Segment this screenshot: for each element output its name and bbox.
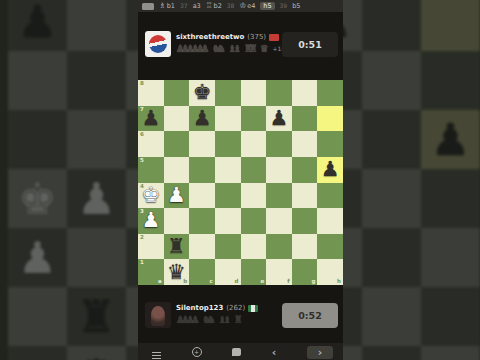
bottom-player-row: Silentop123 (262) ♟♟♟♟♞♞♝♝♜ 0:52 (145, 301, 338, 329)
move-token[interactable]: ♗b1 (159, 2, 175, 10)
square-e3[interactable] (241, 208, 267, 234)
rank-label-1: 1 (140, 260, 144, 266)
square-a7[interactable]: 7♟ (138, 106, 164, 132)
square-f8[interactable] (266, 80, 292, 106)
square-h3[interactable] (317, 208, 343, 234)
file-label-f: f (287, 279, 289, 285)
file-label-g: g (311, 279, 315, 285)
bottom-player-captured-pieces: ♟♟♟♟♞♞♝♝♜ (176, 314, 282, 325)
move-token[interactable]: 38 (227, 3, 235, 9)
square-h8[interactable] (317, 80, 343, 106)
piece-notation-icon: ♖ (206, 2, 213, 10)
portrait-figure (151, 306, 165, 326)
move-text: e4 (247, 3, 255, 10)
square-a2[interactable]: 2 (138, 234, 164, 260)
square-f5[interactable] (266, 157, 292, 183)
pepsi-logo-icon (149, 35, 167, 53)
white-pawn-piece[interactable]: ♟ (164, 183, 190, 209)
captured-group: ♝♝ (228, 44, 242, 54)
square-a1[interactable]: 1a (138, 259, 164, 285)
square-d5[interactable] (215, 157, 241, 183)
captured-piece-icon: ♝ (233, 44, 242, 54)
move-token[interactable]: a3 (193, 3, 201, 10)
square-b8[interactable] (164, 80, 190, 106)
square-h1[interactable]: h (317, 259, 343, 285)
square-g8[interactable] (292, 80, 318, 106)
circle-plus-icon: + (192, 347, 202, 357)
square-h2[interactable] (317, 234, 343, 260)
square-b7[interactable] (164, 106, 190, 132)
square-g6[interactable] (292, 131, 318, 157)
rank-label-8: 8 (140, 81, 144, 87)
square-b1[interactable]: b♛ (164, 259, 190, 285)
square-d8[interactable] (215, 80, 241, 106)
black-pawn-piece[interactable]: ♟ (317, 157, 343, 183)
square-h6[interactable] (317, 131, 343, 157)
captured-group: ♞♞ (202, 315, 216, 325)
square-c4[interactable] (189, 183, 215, 209)
square-a5[interactable]: 5 (138, 157, 164, 183)
move-token[interactable]: ♖b2 (206, 2, 222, 10)
nav-options-menu-button[interactable] (152, 346, 161, 358)
black-queen-piece[interactable]: ♛ (164, 259, 190, 285)
square-g2[interactable] (292, 234, 318, 260)
square-h5[interactable]: ♟ (317, 157, 343, 183)
move-token[interactable]: ♔e4 (239, 2, 255, 10)
nav-chat-button[interactable] (232, 346, 241, 358)
square-a3[interactable]: 3♟ (138, 208, 164, 234)
square-d2[interactable] (215, 234, 241, 260)
square-d4[interactable] (215, 183, 241, 209)
square-c7[interactable]: ♟ (189, 106, 215, 132)
square-c6[interactable] (189, 131, 215, 157)
game-controls-bar: +‹› (138, 343, 343, 360)
square-d1[interactable]: d (215, 259, 241, 285)
square-d6[interactable] (215, 131, 241, 157)
square-d7[interactable] (215, 106, 241, 132)
nav-forward-button[interactable]: › (307, 346, 333, 359)
captured-piece-icon: ♟ (201, 44, 210, 54)
move-text: b1 (167, 3, 175, 10)
chevron-left-icon: ‹ (272, 348, 277, 357)
square-c5[interactable] (189, 157, 215, 183)
captured-group: ♝♝ (218, 315, 232, 325)
square-e7[interactable] (241, 106, 267, 132)
move-text: h5 (263, 3, 271, 10)
square-a8[interactable]: 8 (138, 80, 164, 106)
square-f6[interactable] (266, 131, 292, 157)
top-player-captured-pieces: ♟♟♟♟♟♟♞♞♝♝♜♜♛+16 (176, 43, 282, 54)
bottom-player-name: Silentop123 (176, 305, 223, 312)
square-b6[interactable] (164, 131, 190, 157)
nav-back-button[interactable]: ‹ (272, 346, 277, 358)
square-b4[interactable]: ♟ (164, 183, 190, 209)
menu-icon (152, 352, 161, 353)
move-text: 37 (180, 3, 188, 9)
square-f7[interactable]: ♟ (266, 106, 292, 132)
white-pawn-piece[interactable]: ♟ (138, 208, 164, 234)
rank-label-5: 5 (140, 158, 144, 164)
bottom-player-rating: (262) (226, 305, 245, 312)
square-e6[interactable] (241, 131, 267, 157)
nav-new-game-button[interactable]: + (192, 346, 202, 358)
white-king-piece[interactable]: ♚ (138, 183, 164, 209)
square-c2[interactable] (189, 234, 215, 260)
captured-group: ♛ (260, 44, 269, 54)
captured-piece-icon: ♜ (249, 44, 258, 54)
black-rook-piece[interactable]: ♜ (164, 234, 190, 260)
square-b5[interactable] (164, 157, 190, 183)
square-h4[interactable] (317, 183, 343, 209)
phone-screen: ♗b137a3♖b238♔e4h539b5 sixthreethreetwo (… (138, 0, 343, 360)
captured-piece-icon: ♛ (260, 44, 269, 54)
bottom-player-avatar[interactable] (145, 302, 171, 328)
chevron-right-icon: › (318, 348, 323, 357)
file-label-c: c (210, 279, 213, 285)
square-c1[interactable]: c (189, 259, 215, 285)
top-player-flag-icon (269, 34, 279, 41)
square-f2[interactable] (266, 234, 292, 260)
black-pawn-piece[interactable]: ♟ (266, 106, 292, 132)
rank-label-2: 2 (140, 235, 144, 241)
square-g3[interactable] (292, 208, 318, 234)
captured-piece-icon: ♞ (217, 44, 226, 54)
screenshot-stage: ♚♟♟♟♟♚♟♟♜♛ ♗b137a3♖b238♔e4h539b5 sixthre… (0, 0, 480, 360)
bottom-player-clock: 0:52 (282, 303, 338, 328)
captured-piece-icon: ♟ (191, 315, 200, 325)
black-pawn-piece[interactable]: ♟ (138, 106, 164, 132)
rank-label-6: 6 (140, 132, 144, 138)
file-label-d: d (235, 279, 239, 285)
file-label-h: h (337, 279, 341, 285)
top-player-name: sixthreethreetwo (176, 34, 244, 41)
square-e5[interactable] (241, 157, 267, 183)
captured-group: ♞♞ (212, 44, 226, 54)
square-b3[interactable] (164, 208, 190, 234)
black-king-piece[interactable]: ♚ (189, 80, 215, 106)
square-g1[interactable]: g (292, 259, 318, 285)
move-text: a3 (193, 3, 201, 10)
move-token[interactable]: b5 (292, 3, 300, 10)
square-e4[interactable] (241, 183, 267, 209)
move-text: 39 (280, 3, 288, 9)
square-e8[interactable] (241, 80, 267, 106)
top-player-avatar[interactable] (145, 31, 171, 57)
move-text: b2 (214, 3, 222, 10)
top-player-row: sixthreethreetwo (375) ♟♟♟♟♟♟♞♞♝♝♜♜♛+16 … (145, 30, 338, 58)
captured-group: ♜ (234, 315, 243, 325)
square-b2[interactable]: ♜ (164, 234, 190, 260)
top-player-clock: 0:51 (282, 32, 338, 57)
move-text: 38 (227, 3, 235, 9)
move-token[interactable]: 39 (280, 3, 288, 9)
square-a6[interactable]: 6 (138, 131, 164, 157)
square-f4[interactable] (266, 183, 292, 209)
square-e1[interactable]: e (241, 259, 267, 285)
file-label-a: a (158, 279, 162, 285)
square-g5[interactable] (292, 157, 318, 183)
move-list-bar[interactable]: ♗b137a3♖b238♔e4h539b5 (138, 0, 343, 12)
square-c8[interactable]: ♚ (189, 80, 215, 106)
captured-group: ♟♟♟♟ (176, 315, 200, 325)
move-token[interactable]: 37 (180, 3, 188, 9)
top-player-rating: (375) (247, 34, 266, 41)
chat-bubble-icon (232, 348, 241, 356)
chess-board[interactable]: 8♚7♟♟♟65♟4♚♟3♟2♜1ab♛cdefgh (138, 80, 343, 285)
file-label-e: e (260, 279, 264, 285)
current-move-token[interactable]: h5 (260, 2, 274, 11)
move-list-handle[interactable] (142, 3, 154, 10)
captured-piece-icon: ♜ (234, 315, 243, 325)
square-h7[interactable] (317, 106, 343, 132)
move-text: b5 (292, 3, 300, 10)
captured-group: ♟♟♟♟♟♟ (176, 44, 210, 54)
bottom-player-flag-icon (248, 305, 258, 312)
captured-piece-icon: ♞ (207, 315, 216, 325)
piece-notation-icon: ♗ (159, 2, 166, 10)
square-c3[interactable] (189, 208, 215, 234)
square-f1[interactable]: f (266, 259, 292, 285)
square-d3[interactable] (215, 208, 241, 234)
captured-group: ♜♜ (244, 44, 258, 54)
square-f3[interactable] (266, 208, 292, 234)
square-e2[interactable] (241, 234, 267, 260)
square-a4[interactable]: 4♚ (138, 183, 164, 209)
black-pawn-piece[interactable]: ♟ (189, 106, 215, 132)
captured-piece-icon: ♝ (223, 315, 232, 325)
square-g4[interactable] (292, 183, 318, 209)
square-g7[interactable] (292, 106, 318, 132)
piece-notation-icon: ♔ (239, 2, 246, 10)
